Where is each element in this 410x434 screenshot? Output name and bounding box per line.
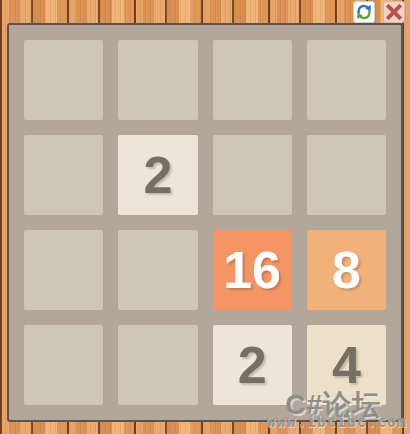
cell-empty (307, 40, 386, 120)
refresh-icon (355, 3, 373, 21)
close-button[interactable] (383, 1, 405, 23)
cell-empty (24, 40, 103, 120)
cell-empty (118, 40, 197, 120)
cell-empty (118, 325, 197, 405)
cell-empty (307, 135, 386, 215)
tile-2: 2 (213, 325, 292, 405)
tile-8: 8 (307, 230, 386, 310)
titlebar-buttons (353, 1, 405, 23)
cell-empty (213, 135, 292, 215)
cell-empty (118, 230, 197, 310)
cell-empty (213, 40, 292, 120)
tile-2: 2 (118, 135, 197, 215)
cell-empty (24, 230, 103, 310)
tile-16: 16 (213, 230, 292, 310)
cell-empty (24, 325, 103, 405)
refresh-button[interactable] (353, 1, 375, 23)
close-icon (385, 3, 403, 21)
cell-empty (24, 135, 103, 215)
watermark-url: www.ibcibc.com (267, 413, 407, 431)
board-grid[interactable]: 216824 (7, 23, 403, 422)
app-window: { "game": "2048", "position": [[0,0,0,0]… (0, 0, 410, 434)
